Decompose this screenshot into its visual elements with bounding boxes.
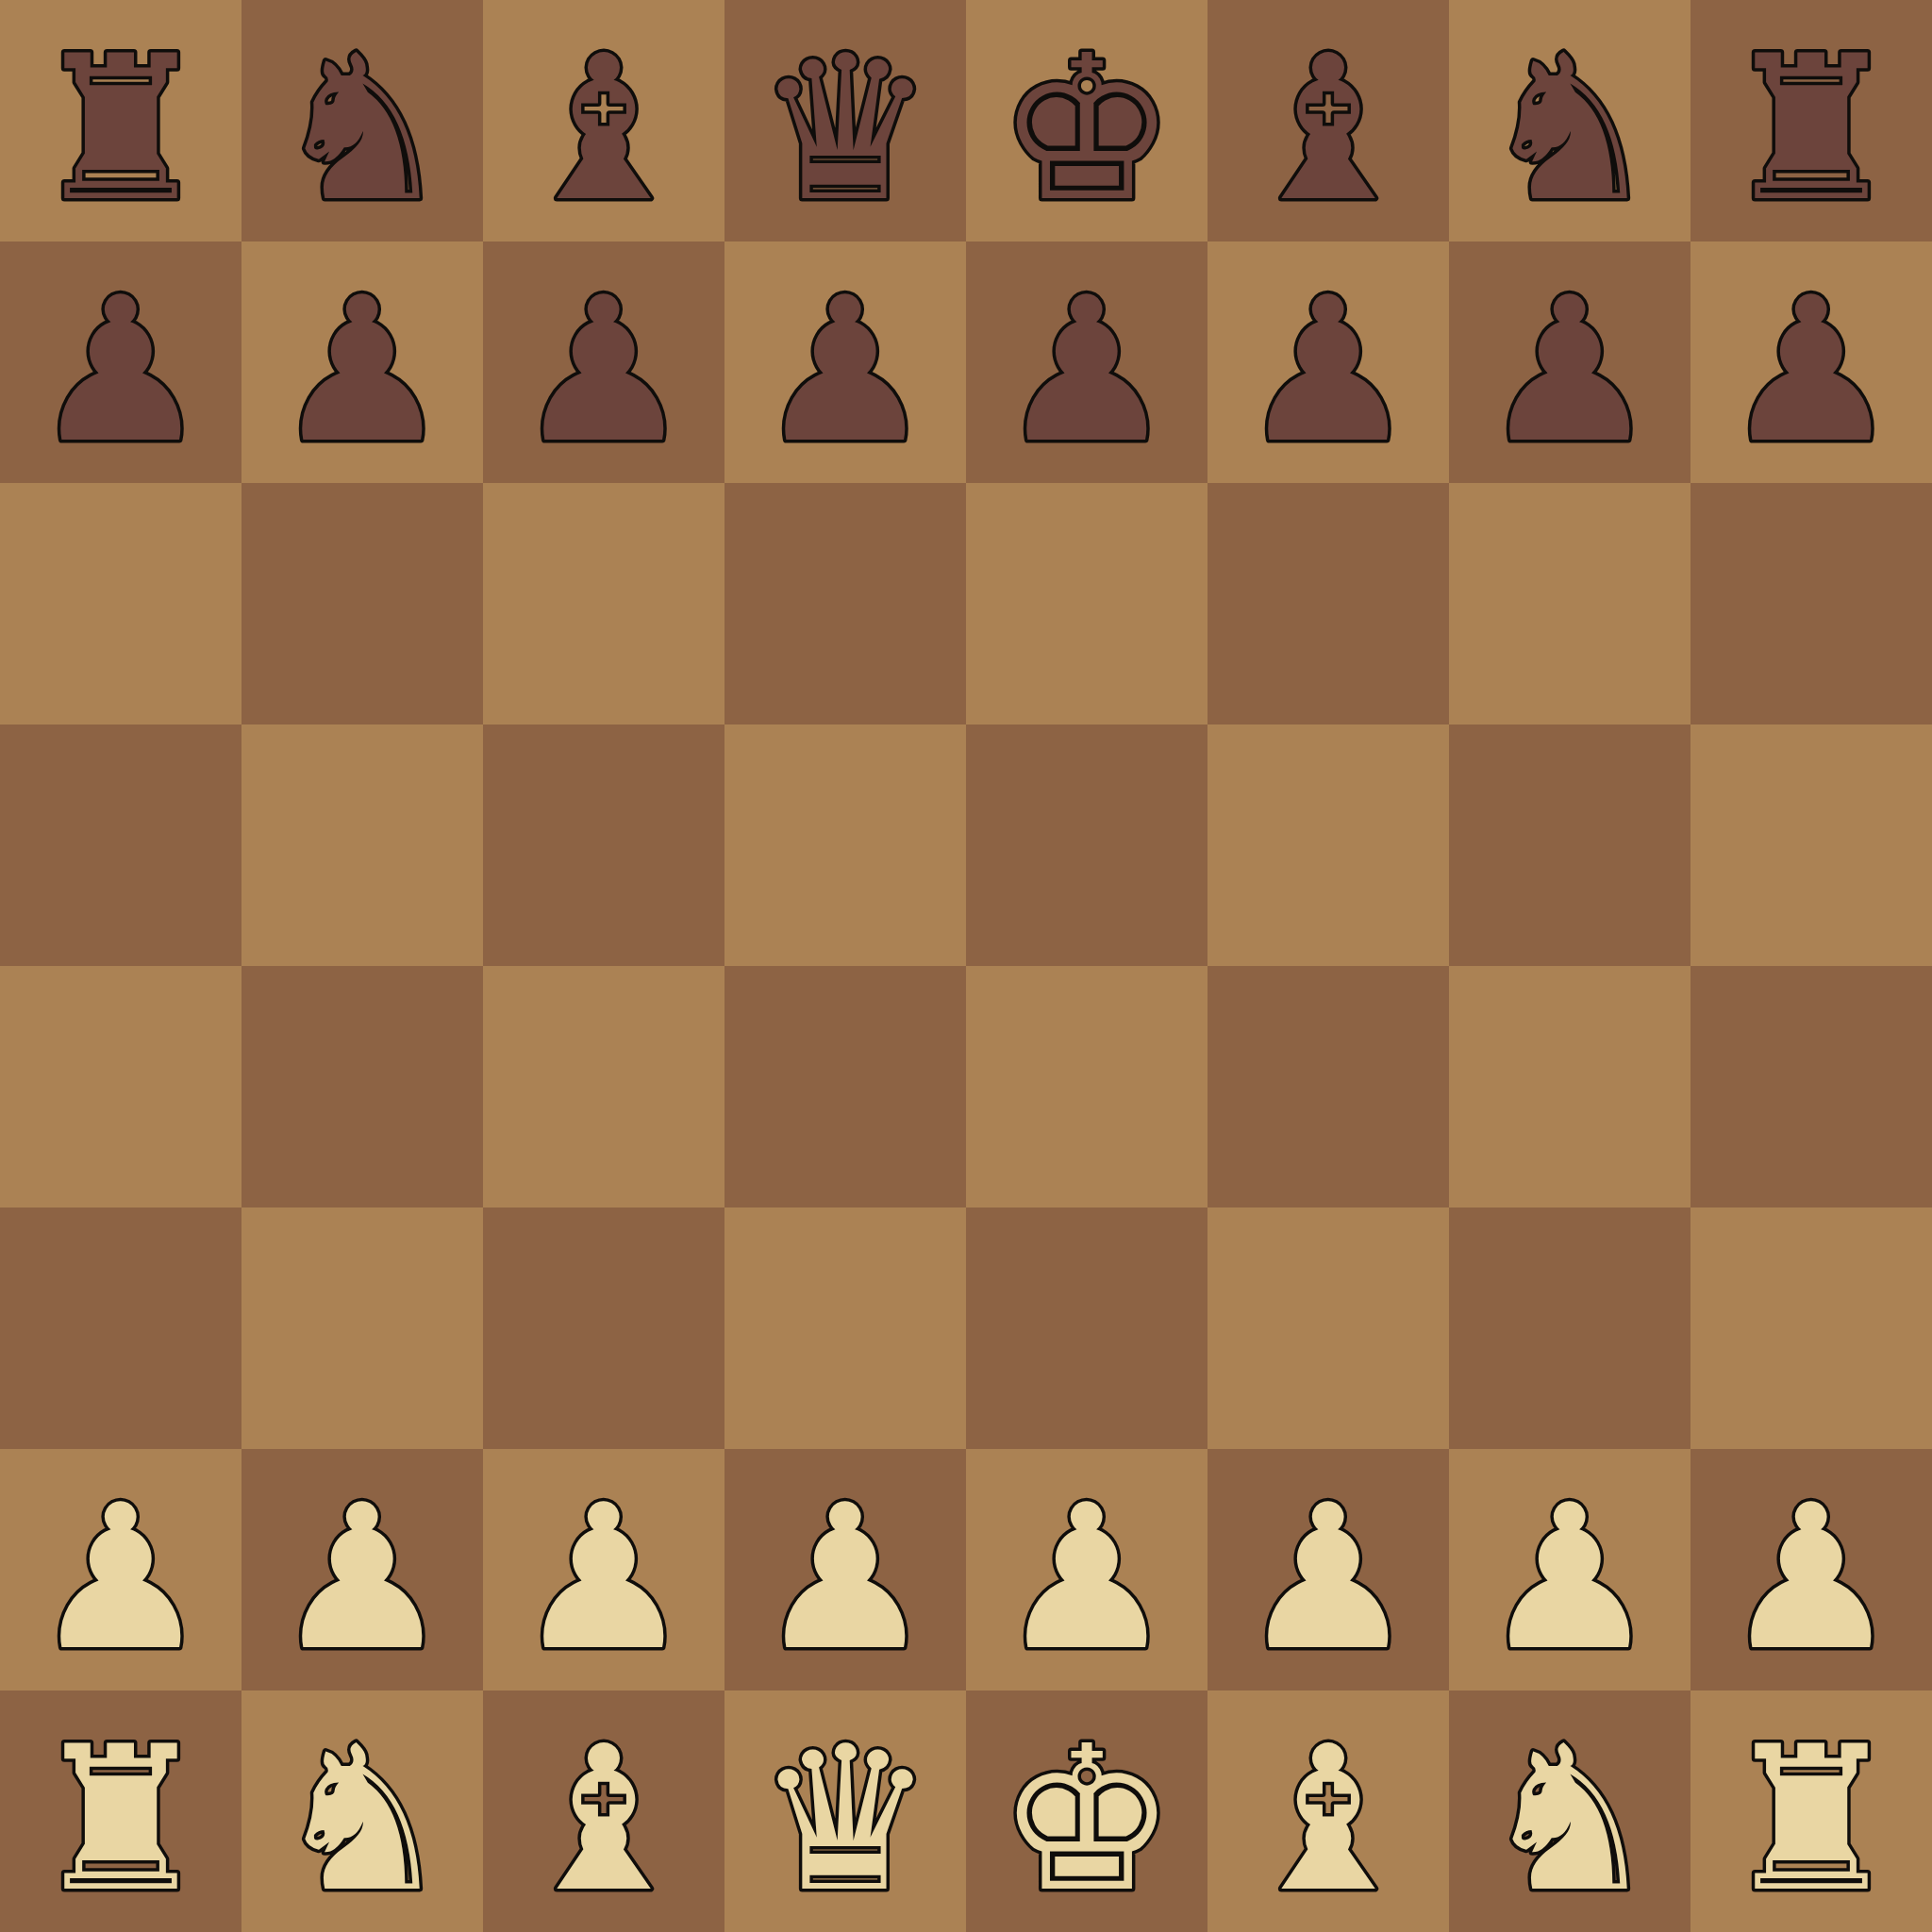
- piece-white-pawn[interactable]: ♟: [1449, 1449, 1690, 1690]
- square-b8[interactable]: ♞: [241, 0, 483, 241]
- square-b1[interactable]: ♞: [241, 1690, 483, 1932]
- square-g2[interactable]: ♟: [1449, 1449, 1690, 1690]
- piece-black-pawn[interactable]: ♟: [483, 241, 724, 483]
- svg-text:♞: ♞: [273, 1703, 452, 1932]
- square-a6[interactable]: [0, 483, 241, 724]
- square-d2[interactable]: ♟: [724, 1449, 966, 1690]
- piece-white-rook[interactable]: ♜: [1690, 1690, 1932, 1932]
- piece-black-knight[interactable]: ♞: [1449, 0, 1690, 241]
- square-a1[interactable]: ♜: [0, 1690, 241, 1932]
- square-h4[interactable]: [1690, 966, 1932, 1207]
- piece-black-pawn[interactable]: ♟: [724, 241, 966, 483]
- square-g3[interactable]: [1449, 1207, 1690, 1449]
- square-c5[interactable]: [483, 724, 724, 966]
- square-f3[interactable]: [1207, 1207, 1449, 1449]
- square-b5[interactable]: [241, 724, 483, 966]
- square-b2[interactable]: ♟: [241, 1449, 483, 1690]
- piece-white-pawn[interactable]: ♟: [1690, 1449, 1932, 1690]
- chess-board: ♜♞♝♛♚♝♞♜♟♟♟♟♟♟♟♟♟♟♟♟♟♟♟♟♜♞♝♛♚♝♞♜: [0, 0, 1932, 1932]
- svg-text:♟: ♟: [756, 254, 935, 484]
- square-f1[interactable]: ♝: [1207, 1690, 1449, 1932]
- square-d8[interactable]: ♛: [724, 0, 966, 241]
- svg-text:♜: ♜: [31, 12, 210, 242]
- svg-text:♝: ♝: [1239, 12, 1418, 242]
- square-c7[interactable]: ♟: [483, 241, 724, 483]
- svg-text:♟: ♟: [997, 254, 1176, 484]
- square-f6[interactable]: [1207, 483, 1449, 724]
- square-c1[interactable]: ♝: [483, 1690, 724, 1932]
- piece-white-rook[interactable]: ♜: [0, 1690, 241, 1932]
- piece-white-pawn[interactable]: ♟: [966, 1449, 1207, 1690]
- square-h2[interactable]: ♟: [1690, 1449, 1932, 1690]
- svg-text:♞: ♞: [273, 12, 452, 242]
- square-f8[interactable]: ♝: [1207, 0, 1449, 241]
- square-g7[interactable]: ♟: [1449, 241, 1690, 483]
- square-a4[interactable]: [0, 966, 241, 1207]
- piece-black-rook[interactable]: ♜: [0, 0, 241, 241]
- svg-text:♟: ♟: [1239, 1461, 1418, 1691]
- svg-text:♜: ♜: [1722, 1703, 1901, 1932]
- square-b7[interactable]: ♟: [241, 241, 483, 483]
- square-e7[interactable]: ♟: [966, 241, 1207, 483]
- square-c6[interactable]: [483, 483, 724, 724]
- square-a5[interactable]: [0, 724, 241, 966]
- square-e5[interactable]: [966, 724, 1207, 966]
- piece-black-pawn[interactable]: ♟: [1207, 241, 1449, 483]
- piece-black-pawn[interactable]: ♟: [241, 241, 483, 483]
- piece-black-pawn[interactable]: ♟: [1449, 241, 1690, 483]
- svg-text:♟: ♟: [514, 254, 693, 484]
- square-d7[interactable]: ♟: [724, 241, 966, 483]
- svg-text:♟: ♟: [1722, 254, 1901, 484]
- square-a2[interactable]: ♟: [0, 1449, 241, 1690]
- piece-black-pawn[interactable]: ♟: [966, 241, 1207, 483]
- svg-text:♟: ♟: [1239, 254, 1418, 484]
- svg-text:♞: ♞: [1480, 1703, 1659, 1932]
- svg-text:♚: ♚: [997, 12, 1176, 242]
- square-e6[interactable]: [966, 483, 1207, 724]
- square-d3[interactable]: [724, 1207, 966, 1449]
- square-h5[interactable]: [1690, 724, 1932, 966]
- square-b6[interactable]: [241, 483, 483, 724]
- svg-text:♟: ♟: [1722, 1461, 1901, 1691]
- piece-white-queen[interactable]: ♛: [724, 1690, 966, 1932]
- svg-text:♟: ♟: [31, 1461, 210, 1691]
- svg-text:♟: ♟: [273, 1461, 452, 1691]
- square-a7[interactable]: ♟: [0, 241, 241, 483]
- square-e4[interactable]: [966, 966, 1207, 1207]
- square-g4[interactable]: [1449, 966, 1690, 1207]
- svg-text:♞: ♞: [1480, 12, 1659, 242]
- piece-white-knight[interactable]: ♞: [1449, 1690, 1690, 1932]
- piece-black-pawn[interactable]: ♟: [0, 241, 241, 483]
- square-d4[interactable]: [724, 966, 966, 1207]
- piece-black-queen[interactable]: ♛: [724, 0, 966, 241]
- square-e8[interactable]: ♚: [966, 0, 1207, 241]
- square-a3[interactable]: [0, 1207, 241, 1449]
- piece-black-king[interactable]: ♚: [966, 0, 1207, 241]
- square-a8[interactable]: ♜: [0, 0, 241, 241]
- square-e1[interactable]: ♚: [966, 1690, 1207, 1932]
- piece-black-rook[interactable]: ♜: [1690, 0, 1932, 241]
- svg-text:♜: ♜: [31, 1703, 210, 1932]
- square-c8[interactable]: ♝: [483, 0, 724, 241]
- square-h1[interactable]: ♜: [1690, 1690, 1932, 1932]
- svg-text:♛: ♛: [756, 1703, 935, 1932]
- piece-black-pawn[interactable]: ♟: [1690, 241, 1932, 483]
- square-h3[interactable]: [1690, 1207, 1932, 1449]
- square-c2[interactable]: ♟: [483, 1449, 724, 1690]
- svg-text:♝: ♝: [1239, 1703, 1418, 1932]
- piece-black-bishop[interactable]: ♝: [1207, 0, 1449, 241]
- piece-black-knight[interactable]: ♞: [241, 0, 483, 241]
- piece-white-bishop[interactable]: ♝: [1207, 1690, 1449, 1932]
- square-g6[interactable]: [1449, 483, 1690, 724]
- square-c3[interactable]: [483, 1207, 724, 1449]
- square-h6[interactable]: [1690, 483, 1932, 724]
- square-g8[interactable]: ♞: [1449, 0, 1690, 241]
- svg-text:♟: ♟: [31, 254, 210, 484]
- square-c4[interactable]: [483, 966, 724, 1207]
- square-d6[interactable]: [724, 483, 966, 724]
- piece-white-pawn[interactable]: ♟: [241, 1449, 483, 1690]
- square-h8[interactable]: ♜: [1690, 0, 1932, 241]
- svg-text:♟: ♟: [514, 1461, 693, 1691]
- square-b4[interactable]: [241, 966, 483, 1207]
- piece-black-bishop[interactable]: ♝: [483, 0, 724, 241]
- square-f7[interactable]: ♟: [1207, 241, 1449, 483]
- square-h7[interactable]: ♟: [1690, 241, 1932, 483]
- square-e2[interactable]: ♟: [966, 1449, 1207, 1690]
- piece-white-pawn[interactable]: ♟: [724, 1449, 966, 1690]
- piece-white-bishop[interactable]: ♝: [483, 1690, 724, 1932]
- square-d5[interactable]: [724, 724, 966, 966]
- square-b3[interactable]: [241, 1207, 483, 1449]
- svg-text:♝: ♝: [514, 12, 693, 242]
- svg-text:♟: ♟: [1480, 1461, 1659, 1691]
- square-e3[interactable]: [966, 1207, 1207, 1449]
- square-f2[interactable]: ♟: [1207, 1449, 1449, 1690]
- svg-text:♛: ♛: [756, 12, 935, 242]
- piece-white-king[interactable]: ♚: [966, 1690, 1207, 1932]
- square-d1[interactable]: ♛: [724, 1690, 966, 1932]
- svg-text:♜: ♜: [1722, 12, 1901, 242]
- svg-text:♟: ♟: [273, 254, 452, 484]
- svg-text:♟: ♟: [997, 1461, 1176, 1691]
- svg-text:♝: ♝: [514, 1703, 693, 1932]
- svg-text:♟: ♟: [756, 1461, 935, 1691]
- square-g5[interactable]: [1449, 724, 1690, 966]
- piece-white-pawn[interactable]: ♟: [0, 1449, 241, 1690]
- piece-white-pawn[interactable]: ♟: [1207, 1449, 1449, 1690]
- svg-text:♟: ♟: [1480, 254, 1659, 484]
- square-f4[interactable]: [1207, 966, 1449, 1207]
- svg-text:♚: ♚: [997, 1703, 1176, 1932]
- piece-white-pawn[interactable]: ♟: [483, 1449, 724, 1690]
- piece-white-knight[interactable]: ♞: [241, 1690, 483, 1932]
- square-f5[interactable]: [1207, 724, 1449, 966]
- square-g1[interactable]: ♞: [1449, 1690, 1690, 1932]
